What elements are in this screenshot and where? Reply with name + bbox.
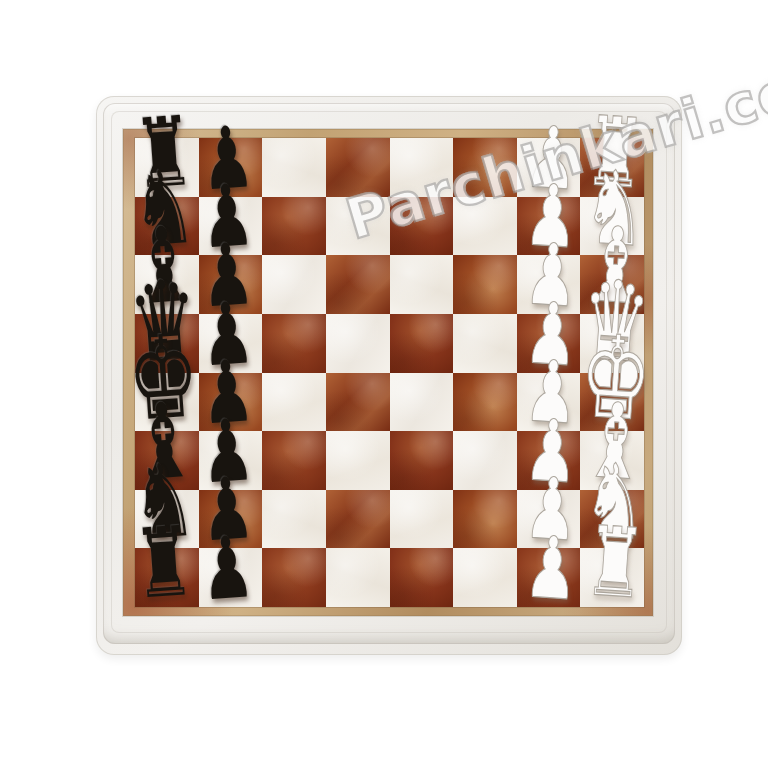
black-pawn[interactable]: ♟ <box>198 524 257 613</box>
square-b6[interactable] <box>262 197 326 256</box>
square-h4[interactable] <box>390 548 454 607</box>
square-e6[interactable] <box>262 373 326 432</box>
square-c3[interactable] <box>453 255 517 314</box>
white-rook[interactable]: ♜ <box>582 514 648 614</box>
square-b5[interactable] <box>326 197 390 256</box>
square-h3[interactable] <box>453 548 517 607</box>
square-h8[interactable]: ♜ <box>135 548 199 607</box>
square-f4[interactable] <box>390 431 454 490</box>
square-h7[interactable]: ♟ <box>199 548 263 607</box>
square-c4[interactable] <box>390 255 454 314</box>
square-h5[interactable] <box>326 548 390 607</box>
square-g6[interactable] <box>262 490 326 549</box>
white-pawn[interactable]: ♟ <box>522 524 581 613</box>
square-f6[interactable] <box>262 431 326 490</box>
board-inner-border: ♜♟♟♜♞♟♟♞♝♟♟♝♛♟♟♛♚♟♟♚♝♟♟♝♞♟♟♞♜♟♟♜ <box>123 129 653 616</box>
square-b3[interactable] <box>453 197 517 256</box>
chess-board: ♜♟♟♜♞♟♟♞♝♟♟♝♛♟♟♛♚♟♟♚♝♟♟♝♞♟♟♞♜♟♟♜ <box>96 96 682 655</box>
square-a3[interactable] <box>453 138 517 197</box>
square-g3[interactable] <box>453 490 517 549</box>
square-c5[interactable] <box>326 255 390 314</box>
square-e3[interactable] <box>453 373 517 432</box>
square-c6[interactable] <box>262 255 326 314</box>
square-g5[interactable] <box>326 490 390 549</box>
product-photo: ♜♟♟♜♞♟♟♞♝♟♟♝♛♟♟♛♚♟♟♚♝♟♟♝♞♟♟♞♜♟♟♜ Parchin… <box>0 0 768 768</box>
square-d4[interactable] <box>390 314 454 373</box>
square-e5[interactable] <box>326 373 390 432</box>
square-a6[interactable] <box>262 138 326 197</box>
square-h2[interactable]: ♟ <box>517 548 581 607</box>
square-f3[interactable] <box>453 431 517 490</box>
square-b4[interactable] <box>390 197 454 256</box>
square-a4[interactable] <box>390 138 454 197</box>
square-a5[interactable] <box>326 138 390 197</box>
square-d3[interactable] <box>453 314 517 373</box>
square-e4[interactable] <box>390 373 454 432</box>
square-g4[interactable] <box>390 490 454 549</box>
square-d5[interactable] <box>326 314 390 373</box>
black-rook[interactable]: ♜ <box>131 514 197 614</box>
board-grid: ♜♟♟♜♞♟♟♞♝♟♟♝♛♟♟♛♚♟♟♚♝♟♟♝♞♟♟♞♜♟♟♜ <box>135 138 644 607</box>
square-d6[interactable] <box>262 314 326 373</box>
square-f5[interactable] <box>326 431 390 490</box>
square-h6[interactable] <box>262 548 326 607</box>
square-h1[interactable]: ♜ <box>580 548 644 607</box>
